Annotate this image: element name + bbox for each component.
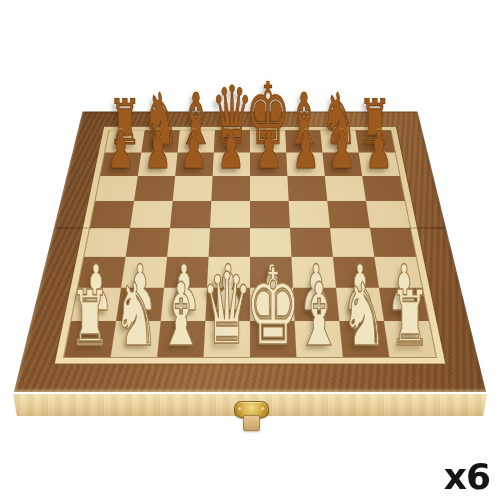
board-square: [293, 288, 339, 321]
chess-board-plane: [14, 112, 486, 392]
board-square: [95, 176, 137, 201]
quantity-badge: x6: [444, 456, 490, 497]
board-square: [320, 130, 358, 152]
board-square: [250, 228, 291, 257]
board-square: [250, 201, 290, 228]
board-square: [290, 228, 333, 257]
board-square: [175, 152, 214, 176]
board-square: [214, 130, 250, 152]
board-square: [178, 130, 215, 152]
board-square: [84, 228, 130, 257]
board-square: [370, 228, 416, 257]
board-square: [167, 228, 210, 257]
board-square: [138, 152, 178, 176]
board-square: [327, 201, 370, 228]
board-square: [210, 201, 250, 228]
board-square: [250, 176, 289, 201]
board-square: [204, 321, 250, 357]
board-square: [90, 201, 134, 228]
board-square: [295, 321, 343, 357]
board-square: [366, 201, 410, 228]
board-square: [336, 288, 384, 321]
board-square: [207, 257, 250, 288]
board-square: [211, 176, 250, 201]
board-square: [362, 176, 404, 201]
board-square: [374, 257, 422, 288]
board-square: [121, 257, 167, 288]
board-square: [105, 130, 145, 152]
board-square: [250, 288, 295, 321]
board-square: [286, 152, 325, 176]
clasp-tab: [243, 415, 260, 431]
board-square: [173, 176, 213, 201]
board-square: [100, 152, 141, 176]
board-square: [64, 321, 116, 357]
board-square: [209, 228, 250, 257]
board-square: [287, 176, 327, 201]
board-square: [291, 257, 336, 288]
board-square: [126, 228, 170, 257]
checkerboard-grid: [64, 130, 436, 357]
board-square: [359, 152, 400, 176]
board-square: [157, 321, 205, 357]
board-square: [355, 130, 395, 152]
board-square: [205, 288, 250, 321]
board-square: [141, 130, 179, 152]
board-square: [213, 152, 250, 176]
board-square: [379, 288, 429, 321]
board-square: [339, 321, 389, 357]
board-square: [78, 257, 126, 288]
board-square: [134, 176, 175, 201]
board-square: [333, 257, 379, 288]
board-square: [285, 130, 322, 152]
board-square: [330, 228, 374, 257]
board-square: [71, 288, 121, 321]
board-square: [250, 321, 296, 357]
board-square: [325, 176, 366, 201]
board-square: [250, 257, 293, 288]
board-square: [322, 152, 362, 176]
board-square: [250, 152, 287, 176]
board-square: [111, 321, 161, 357]
board-square: [289, 201, 330, 228]
board-square: [170, 201, 211, 228]
board-square: [164, 257, 209, 288]
board-square: [250, 130, 286, 152]
board-square: [161, 288, 207, 321]
board-square: [384, 321, 436, 357]
product-photo-stage: ♜♞♝♛♚♝♞♜♟♟♟♟♟♟♟♟♟♟♟♟♟♟♟♟♜♞♝♛♚♝♞♜ x6: [0, 0, 500, 500]
board-square: [116, 288, 164, 321]
board-square: [130, 201, 173, 228]
